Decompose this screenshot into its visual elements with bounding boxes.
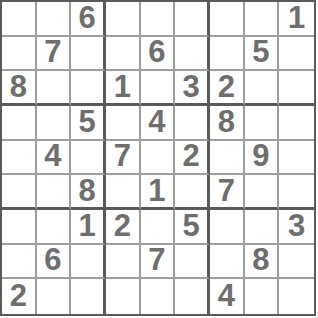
given-digit: 2	[183, 140, 200, 171]
given-digit: 7	[148, 244, 165, 275]
cell-r3c2[interactable]	[37, 71, 72, 106]
cell-r2c5[interactable]: 6	[141, 37, 176, 72]
cell-r4c1[interactable]	[2, 106, 37, 141]
given-digit: 4	[44, 140, 61, 171]
cell-r7c4[interactable]: 2	[106, 210, 141, 245]
cell-r9c4[interactable]	[106, 279, 141, 314]
cell-r6c3[interactable]: 8	[71, 175, 106, 210]
sudoku-board: 6176581325484729817125367824	[0, 0, 316, 316]
cell-r9c6[interactable]	[175, 279, 210, 314]
cell-r1c9[interactable]: 1	[279, 2, 314, 37]
cell-r7c6[interactable]: 5	[175, 210, 210, 245]
cell-r7c7[interactable]	[210, 210, 245, 245]
cell-r6c1[interactable]	[2, 175, 37, 210]
cell-r3c4[interactable]: 1	[106, 71, 141, 106]
cell-r8c3[interactable]	[71, 245, 106, 280]
given-digit: 9	[252, 140, 269, 171]
cell-r5c6[interactable]: 2	[175, 141, 210, 176]
cell-r1c7[interactable]	[210, 2, 245, 37]
cell-r3c6[interactable]: 3	[175, 71, 210, 106]
cell-r7c3[interactable]: 1	[71, 210, 106, 245]
cell-r6c8[interactable]	[245, 175, 280, 210]
given-digit: 2	[10, 280, 27, 311]
cell-r8c4[interactable]	[106, 245, 141, 280]
cell-r5c2[interactable]: 4	[37, 141, 72, 176]
cell-r8c5[interactable]: 7	[141, 245, 176, 280]
given-digit: 5	[252, 36, 269, 67]
given-digit: 4	[148, 106, 165, 137]
given-digit: 3	[183, 71, 200, 102]
given-digit: 7	[44, 36, 61, 67]
cell-r4c3[interactable]: 5	[71, 106, 106, 141]
given-digit: 1	[79, 210, 96, 241]
cell-r1c8[interactable]	[245, 2, 280, 37]
cell-r9c2[interactable]	[37, 279, 72, 314]
cell-r1c6[interactable]	[175, 2, 210, 37]
cell-r2c4[interactable]	[106, 37, 141, 72]
cell-r2c2[interactable]: 7	[37, 37, 72, 72]
cell-r7c2[interactable]	[37, 210, 72, 245]
cell-r6c2[interactable]	[37, 175, 72, 210]
given-digit: 6	[148, 36, 165, 67]
cell-r2c8[interactable]: 5	[245, 37, 280, 72]
cell-r6c7[interactable]: 7	[210, 175, 245, 210]
cell-r5c7[interactable]	[210, 141, 245, 176]
given-digit: 8	[218, 106, 235, 137]
cell-r9c1[interactable]: 2	[2, 279, 37, 314]
cell-r7c8[interactable]	[245, 210, 280, 245]
given-digit: 3	[288, 210, 305, 241]
cell-r8c9[interactable]	[279, 245, 314, 280]
cell-r5c3[interactable]	[71, 141, 106, 176]
cell-r1c2[interactable]	[37, 2, 72, 37]
cell-r5c9[interactable]	[279, 141, 314, 176]
cell-r3c7[interactable]: 2	[210, 71, 245, 106]
cell-r3c9[interactable]	[279, 71, 314, 106]
given-digit: 8	[79, 175, 96, 206]
cell-r4c8[interactable]	[245, 106, 280, 141]
given-digit: 8	[10, 71, 27, 102]
cell-r5c4[interactable]: 7	[106, 141, 141, 176]
cell-r1c5[interactable]	[141, 2, 176, 37]
cell-r4c9[interactable]	[279, 106, 314, 141]
cell-r2c1[interactable]	[2, 37, 37, 72]
given-digit: 4	[218, 280, 235, 311]
cell-r9c7[interactable]: 4	[210, 279, 245, 314]
cell-r4c6[interactable]	[175, 106, 210, 141]
given-digit: 1	[148, 175, 165, 206]
cell-r1c1[interactable]	[2, 2, 37, 37]
cell-r3c1[interactable]: 8	[2, 71, 37, 106]
cell-r7c9[interactable]: 3	[279, 210, 314, 245]
cell-r3c8[interactable]	[245, 71, 280, 106]
given-digit: 2	[218, 71, 235, 102]
given-digit: 6	[79, 2, 96, 33]
cell-r6c9[interactable]	[279, 175, 314, 210]
cell-r2c7[interactable]	[210, 37, 245, 72]
cell-r8c8[interactable]: 8	[245, 245, 280, 280]
cell-r8c1[interactable]	[2, 245, 37, 280]
given-digit: 5	[183, 210, 200, 241]
given-digit: 6	[44, 244, 61, 275]
cell-r5c5[interactable]	[141, 141, 176, 176]
cell-r6c4[interactable]	[106, 175, 141, 210]
cell-r5c8[interactable]: 9	[245, 141, 280, 176]
cell-r4c2[interactable]	[37, 106, 72, 141]
cell-r9c3[interactable]	[71, 279, 106, 314]
cell-r9c5[interactable]	[141, 279, 176, 314]
cell-r4c7[interactable]: 8	[210, 106, 245, 141]
cell-r7c1[interactable]	[2, 210, 37, 245]
cell-r3c3[interactable]	[71, 71, 106, 106]
given-digit: 1	[114, 71, 131, 102]
cell-r1c3[interactable]: 6	[71, 2, 106, 37]
cell-r4c4[interactable]	[106, 106, 141, 141]
given-digit: 1	[288, 2, 305, 33]
cell-r9c9[interactable]	[279, 279, 314, 314]
cell-r9c8[interactable]	[245, 279, 280, 314]
cell-r2c6[interactable]	[175, 37, 210, 72]
cell-r3c5[interactable]	[141, 71, 176, 106]
given-digit: 7	[218, 175, 235, 206]
given-digit: 7	[114, 140, 131, 171]
cell-r2c3[interactable]	[71, 37, 106, 72]
cell-r2c9[interactable]	[279, 37, 314, 72]
cell-r7c5[interactable]	[141, 210, 176, 245]
cell-r8c7[interactable]	[210, 245, 245, 280]
cell-r5c1[interactable]	[2, 141, 37, 176]
cell-r6c6[interactable]	[175, 175, 210, 210]
cell-r4c5[interactable]: 4	[141, 106, 176, 141]
given-digit: 2	[114, 210, 131, 241]
given-digit: 8	[252, 244, 269, 275]
cell-r8c2[interactable]: 6	[37, 245, 72, 280]
cell-r6c5[interactable]: 1	[141, 175, 176, 210]
given-digit: 5	[79, 106, 96, 137]
cell-r8c6[interactable]	[175, 245, 210, 280]
cell-r1c4[interactable]	[106, 2, 141, 37]
